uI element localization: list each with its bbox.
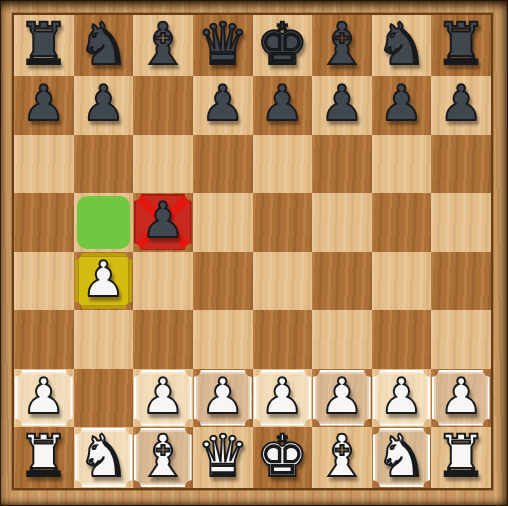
square-f1[interactable]: ♝	[312, 427, 372, 488]
square-a3[interactable]	[14, 310, 74, 369]
square-d6[interactable]	[193, 135, 253, 194]
square-f4[interactable]	[312, 252, 372, 311]
square-h2[interactable]: ♟	[431, 369, 491, 428]
square-c6[interactable]	[133, 135, 193, 194]
square-c8[interactable]: ♝	[133, 15, 193, 76]
square-c3[interactable]	[133, 310, 193, 369]
black-pawn[interactable]: ♟	[14, 76, 74, 135]
black-pawn[interactable]: ♟	[312, 76, 372, 135]
square-f7[interactable]: ♟	[312, 76, 372, 135]
square-d7[interactable]: ♟	[193, 76, 253, 135]
white-king[interactable]: ♚	[253, 427, 313, 488]
square-h4[interactable]	[431, 252, 491, 311]
white-knight[interactable]: ♞	[372, 427, 432, 488]
square-g6[interactable]	[372, 135, 432, 194]
square-f8[interactable]: ♝	[312, 15, 372, 76]
black-queen[interactable]: ♛	[193, 15, 253, 76]
black-king[interactable]: ♚	[253, 15, 313, 76]
square-d2[interactable]: ♟	[193, 369, 253, 428]
square-a6[interactable]	[14, 135, 74, 194]
board-frame: ♜♞♝♛♚♝♞♜♟♟♟♟♟♟♟♟♟♟♟♟♟♟♟♟♜♞♝♛♚♝♞♜	[0, 0, 508, 506]
white-pawn[interactable]: ♟	[431, 369, 491, 428]
white-pawn[interactable]: ♟	[74, 252, 134, 311]
square-c4[interactable]	[133, 252, 193, 311]
square-g3[interactable]	[372, 310, 432, 369]
white-pawn[interactable]: ♟	[372, 369, 432, 428]
black-knight[interactable]: ♞	[372, 15, 432, 76]
square-d5[interactable]	[193, 193, 253, 252]
square-g4[interactable]	[372, 252, 432, 311]
white-rook[interactable]: ♜	[431, 427, 491, 488]
white-pawn[interactable]: ♟	[253, 369, 313, 428]
square-e4[interactable]	[253, 252, 313, 311]
square-b6[interactable]	[74, 135, 134, 194]
white-pawn[interactable]: ♟	[14, 369, 74, 428]
black-pawn[interactable]: ♟	[431, 76, 491, 135]
square-h6[interactable]	[431, 135, 491, 194]
black-rook[interactable]: ♜	[14, 15, 74, 76]
square-c1[interactable]: ♝	[133, 427, 193, 488]
black-bishop[interactable]: ♝	[312, 15, 372, 76]
square-h5[interactable]	[431, 193, 491, 252]
white-bishop[interactable]: ♝	[312, 427, 372, 488]
square-a5[interactable]	[14, 193, 74, 252]
square-b2[interactable]	[74, 369, 134, 428]
square-g1[interactable]: ♞	[372, 427, 432, 488]
square-h1[interactable]: ♜	[431, 427, 491, 488]
square-e5[interactable]	[253, 193, 313, 252]
square-h3[interactable]	[431, 310, 491, 369]
square-e7[interactable]: ♟	[253, 76, 313, 135]
square-c2[interactable]: ♟	[133, 369, 193, 428]
square-b1[interactable]: ♞	[74, 427, 134, 488]
square-h7[interactable]: ♟	[431, 76, 491, 135]
chess-board: ♜♞♝♛♚♝♞♜♟♟♟♟♟♟♟♟♟♟♟♟♟♟♟♟♜♞♝♛♚♝♞♜	[12, 13, 493, 490]
square-e8[interactable]: ♚	[253, 15, 313, 76]
square-b3[interactable]	[74, 310, 134, 369]
black-pawn[interactable]: ♟	[74, 76, 134, 135]
square-g5[interactable]	[372, 193, 432, 252]
square-g8[interactable]: ♞	[372, 15, 432, 76]
white-knight[interactable]: ♞	[74, 427, 134, 488]
white-queen[interactable]: ♛	[193, 427, 253, 488]
move-target-highlight[interactable]	[77, 196, 131, 249]
square-e2[interactable]: ♟	[253, 369, 313, 428]
square-a8[interactable]: ♜	[14, 15, 74, 76]
square-h8[interactable]: ♜	[431, 15, 491, 76]
square-d4[interactable]	[193, 252, 253, 311]
square-d8[interactable]: ♛	[193, 15, 253, 76]
square-a4[interactable]	[14, 252, 74, 311]
square-d1[interactable]: ♛	[193, 427, 253, 488]
square-e6[interactable]	[253, 135, 313, 194]
square-g7[interactable]: ♟	[372, 76, 432, 135]
white-pawn[interactable]: ♟	[193, 369, 253, 428]
square-e3[interactable]	[253, 310, 313, 369]
square-d3[interactable]	[193, 310, 253, 369]
square-c7[interactable]	[133, 76, 193, 135]
square-f5[interactable]	[312, 193, 372, 252]
square-b7[interactable]: ♟	[74, 76, 134, 135]
white-pawn[interactable]: ♟	[133, 369, 193, 428]
square-b4[interactable]: ♟	[74, 252, 134, 311]
square-f2[interactable]: ♟	[312, 369, 372, 428]
square-e1[interactable]: ♚	[253, 427, 313, 488]
white-bishop[interactable]: ♝	[133, 427, 193, 488]
square-g2[interactable]: ♟	[372, 369, 432, 428]
black-pawn[interactable]: ♟	[133, 193, 193, 252]
black-pawn[interactable]: ♟	[372, 76, 432, 135]
black-pawn[interactable]: ♟	[193, 76, 253, 135]
square-b8[interactable]: ♞	[74, 15, 134, 76]
square-c5[interactable]: ♟	[133, 193, 193, 252]
black-pawn[interactable]: ♟	[253, 76, 313, 135]
square-b5[interactable]	[74, 193, 134, 252]
square-a2[interactable]: ♟	[14, 369, 74, 428]
square-f6[interactable]	[312, 135, 372, 194]
white-pawn[interactable]: ♟	[312, 369, 372, 428]
black-rook[interactable]: ♜	[431, 15, 491, 76]
black-bishop[interactable]: ♝	[133, 15, 193, 76]
black-knight[interactable]: ♞	[74, 15, 134, 76]
square-f3[interactable]	[312, 310, 372, 369]
square-a7[interactable]: ♟	[14, 76, 74, 135]
square-a1[interactable]: ♜	[14, 427, 74, 488]
white-rook[interactable]: ♜	[14, 427, 74, 488]
